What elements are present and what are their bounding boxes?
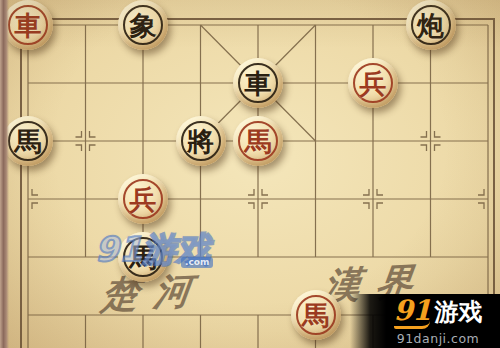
xiangqi-game-screenshot: 楚河 漢界 車象炮車兵馬將馬兵馬馬 91游戏.com 91 游戏 91danji…	[0, 0, 500, 348]
banner-91danji: 91 游戏 91danji.com	[350, 294, 500, 348]
piece-character: 馬	[291, 290, 341, 340]
piece-character: 馬	[233, 116, 283, 166]
piece-character: 兵	[348, 58, 398, 108]
piece-red-horse[interactable]: 馬	[233, 116, 283, 166]
watermark-91-text: 91	[95, 229, 142, 269]
piece-black-elephant[interactable]: 象	[118, 0, 168, 50]
watermark-91youxi: 91游戏.com	[95, 229, 210, 271]
piece-character: 象	[118, 0, 168, 50]
piece-black-horse[interactable]: 馬	[3, 116, 53, 166]
banner-brand: 91 游戏	[394, 297, 483, 329]
watermark-com-chip: .com	[181, 257, 213, 268]
banner-youxi-logo: 游戏	[434, 300, 482, 324]
piece-character: 車	[3, 0, 53, 50]
piece-character: 將	[176, 116, 226, 166]
piece-red-horse[interactable]: 馬	[291, 290, 341, 340]
piece-red-soldier[interactable]: 兵	[348, 58, 398, 108]
banner-site-url: 91danji.com	[397, 331, 480, 346]
piece-character: 兵	[118, 174, 168, 224]
board-left-edge	[0, 0, 9, 348]
piece-character: 馬	[3, 116, 53, 166]
piece-red-soldier[interactable]: 兵	[118, 174, 168, 224]
piece-black-cannon[interactable]: 炮	[406, 0, 456, 50]
banner-91-logo: 91	[394, 297, 431, 329]
piece-character: 車	[233, 58, 283, 108]
piece-black-chariot[interactable]: 車	[233, 58, 283, 108]
piece-character: 炮	[406, 0, 456, 50]
piece-black-general[interactable]: 將	[176, 116, 226, 166]
piece-red-chariot[interactable]: 車	[3, 0, 53, 50]
